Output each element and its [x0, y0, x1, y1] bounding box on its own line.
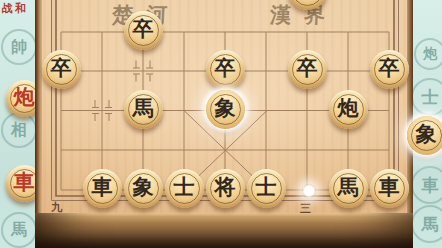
- piece-character: 卒: [297, 58, 318, 79]
- piece-black-象[interactable]: 象: [206, 90, 245, 129]
- piece-black-馬[interactable]: 馬: [329, 169, 368, 208]
- piece-character: 士: [256, 177, 277, 198]
- piece-black-士[interactable]: 士: [165, 169, 204, 208]
- piece-character: 炮: [338, 98, 359, 119]
- piece-character: 将: [215, 177, 236, 198]
- piece-black-象[interactable]: 象: [124, 169, 163, 208]
- xiangqi-game-screen: { "game": "xiangqi", "app": { "stats_tex…: [0, 0, 442, 248]
- piece-character: 象: [133, 177, 154, 198]
- tray-ghost-piece-相: 相: [1, 112, 35, 148]
- piece-character: 卒: [133, 19, 154, 40]
- piece-character: 士: [174, 177, 195, 198]
- piece-black-士[interactable]: 士: [247, 169, 286, 208]
- captured-piece-red-車[interactable]: 車: [6, 165, 36, 202]
- board-front-face: [34, 213, 414, 248]
- piece-character: 象: [215, 98, 236, 119]
- piece-black-将[interactable]: 将: [206, 169, 245, 208]
- tray-ghost-piece-馬: 馬: [1, 212, 35, 248]
- piece-black-卒[interactable]: 卒: [42, 50, 81, 89]
- tray-ghost-piece-帥: 帥: [1, 29, 35, 65]
- file-label-three: 三: [300, 201, 311, 216]
- board-left-edge: [34, 0, 42, 248]
- captured-piece-red-炮[interactable]: 炮: [6, 80, 36, 117]
- tray-ghost-piece-馬: 馬: [413, 205, 442, 243]
- move-origin-indicator: [302, 184, 316, 198]
- piece-black-卒[interactable]: 卒: [370, 50, 409, 89]
- left-captured-tray: 战和 帥相馬炮車: [0, 0, 35, 248]
- piece-character: 卒: [215, 58, 236, 79]
- piece-character: 卒: [51, 58, 72, 79]
- piece-black-卒[interactable]: 卒: [124, 11, 163, 50]
- piece-character: 卒: [379, 58, 400, 79]
- piece-black-卒[interactable]: 卒: [288, 50, 327, 89]
- piece-character: 車: [14, 172, 35, 193]
- piece-black-車[interactable]: 車: [83, 169, 122, 208]
- piece-character: 馬: [133, 98, 154, 119]
- tray-ghost-piece-炮: 炮: [414, 38, 442, 70]
- piece-character: 炮: [14, 87, 35, 108]
- piece-character: 車: [92, 177, 113, 198]
- piece-character: 象: [416, 124, 437, 145]
- piece-character: 馬: [338, 177, 359, 198]
- captured-piece-black-象[interactable]: 象: [407, 116, 442, 155]
- tray-ghost-piece-車: 車: [413, 166, 442, 204]
- tray-ghost-piece-士: 士: [413, 78, 442, 116]
- piece-black-馬[interactable]: 馬: [124, 90, 163, 129]
- file-label-nine: 九: [51, 200, 62, 215]
- piece-black-炮[interactable]: 炮: [329, 90, 368, 129]
- stats-text: 战和: [2, 1, 28, 16]
- piece-black-車[interactable]: 車: [370, 169, 409, 208]
- piece-black-卒[interactable]: 卒: [206, 50, 245, 89]
- piece-character: 車: [379, 177, 400, 198]
